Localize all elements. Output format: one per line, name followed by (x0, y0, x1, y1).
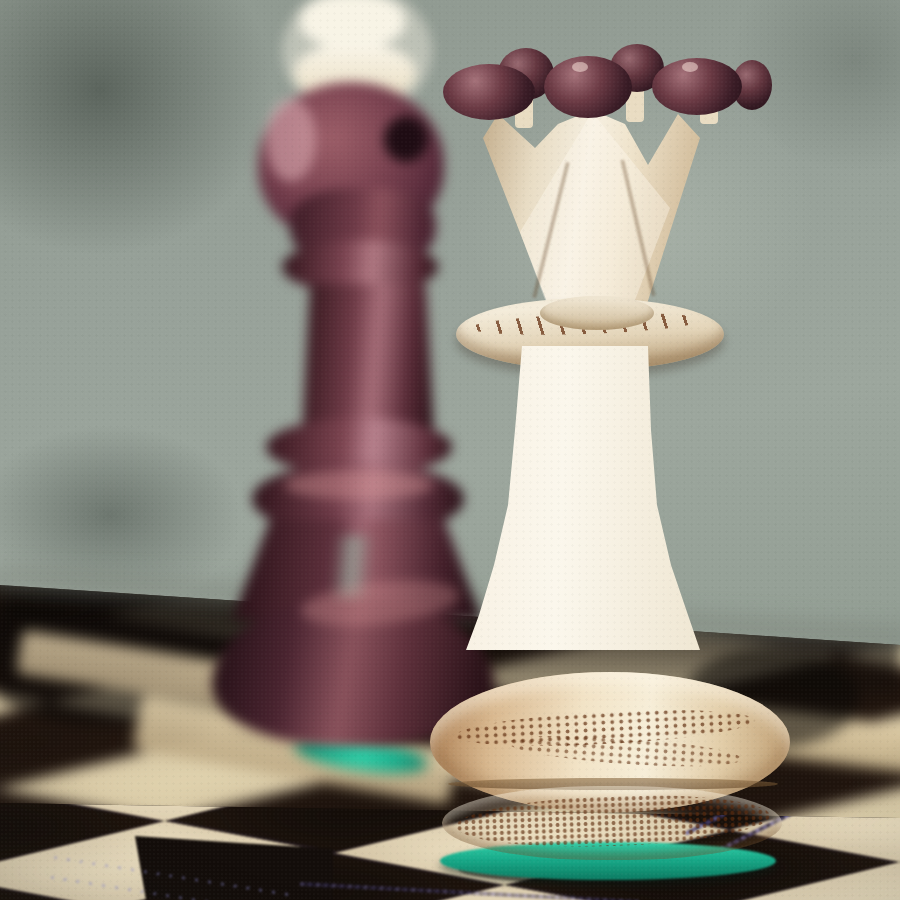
bead-specular-highlight (572, 62, 588, 72)
bead-specular-highlight (682, 62, 698, 72)
white-queen (0, 0, 900, 900)
chess-photo-scene (0, 0, 900, 900)
queen-coronet-bead (443, 64, 535, 120)
queen-coronet-bead (544, 56, 632, 118)
queen-crown-ring (540, 296, 654, 330)
